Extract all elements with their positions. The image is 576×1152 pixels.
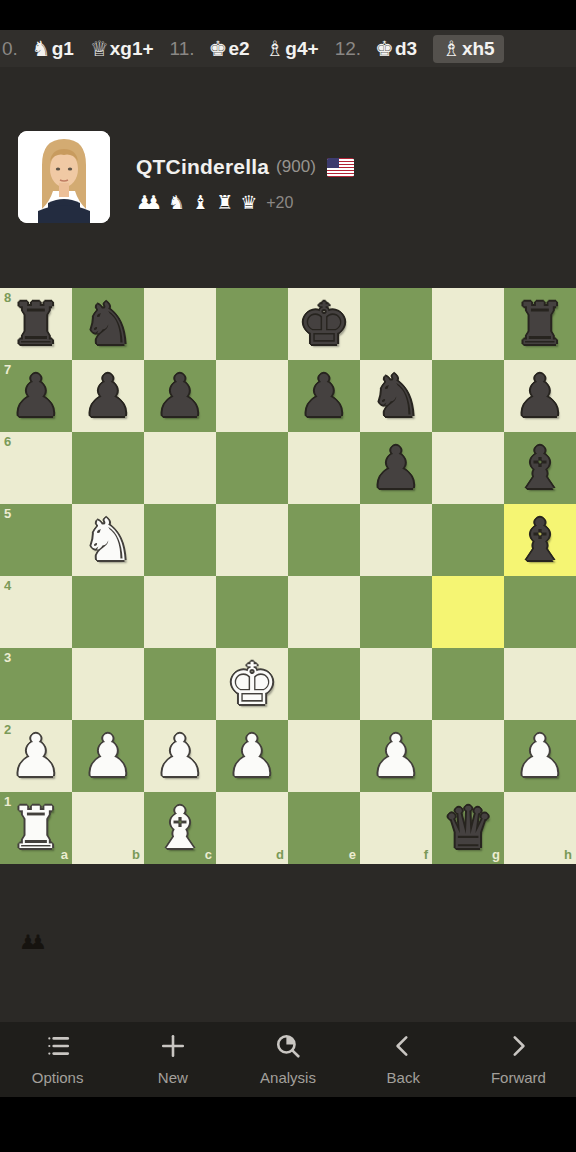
black-bishop-icon: ♗ <box>442 38 461 59</box>
square-d6[interactable] <box>216 432 288 504</box>
square-c8[interactable] <box>144 288 216 360</box>
black-pawn-a7[interactable]: ♟ <box>0 360 72 432</box>
file-label-d: d <box>276 848 284 861</box>
square-b4[interactable] <box>72 576 144 648</box>
move[interactable]: ♞g1 <box>32 38 74 60</box>
square-a6[interactable]: 6 <box>0 432 72 504</box>
square-e8[interactable]: ♚ <box>288 288 360 360</box>
status-bar-strip <box>0 0 576 30</box>
black-queen-g1[interactable]: ♛ <box>432 792 504 864</box>
square-e2[interactable] <box>288 720 360 792</box>
square-c6[interactable] <box>144 432 216 504</box>
square-f6[interactable]: ♟ <box>360 432 432 504</box>
black-king-e8[interactable]: ♚ <box>288 288 360 360</box>
square-b2[interactable]: ♟ <box>72 720 144 792</box>
white-king-icon: ♚ <box>209 38 228 59</box>
square-g7[interactable] <box>432 360 504 432</box>
queen-icon: ♛ <box>240 193 257 212</box>
opponent-captured-pawns-icon: ♟♟ <box>19 930 59 954</box>
bishop-icon: ♝ <box>192 193 209 212</box>
white-rook-a1[interactable]: ♜ <box>0 792 72 864</box>
nav-label: New <box>158 1069 188 1086</box>
chess-board[interactable]: 8♜♞♚♜7♟♟♟♟♞♟6♟♝5♞♝43♚2♟♟♟♟♟♟1a♜bc♝defg♛h <box>0 288 576 864</box>
white-king-d3[interactable]: ♚ <box>216 648 288 720</box>
square-a7[interactable]: 7♟ <box>0 360 72 432</box>
square-c5[interactable] <box>144 504 216 576</box>
black-pawn-b7[interactable]: ♟ <box>72 360 144 432</box>
move-number[interactable]: 12. <box>335 38 361 60</box>
square-d4[interactable] <box>216 576 288 648</box>
square-b3[interactable] <box>72 648 144 720</box>
nav-label: Analysis <box>260 1069 316 1086</box>
square-d2[interactable]: ♟ <box>216 720 288 792</box>
square-d5[interactable] <box>216 504 288 576</box>
square-g3[interactable] <box>432 648 504 720</box>
bottom-strip <box>0 1097 576 1152</box>
current-move[interactable]: ♗xh5 <box>433 35 504 63</box>
move-list-bar: 0.♞g1♕xg1+11.♚e2♗g4+12.♚d3♗xh5 <box>0 30 576 67</box>
square-h6[interactable]: ♝ <box>504 432 576 504</box>
square-a4[interactable]: 4 <box>0 576 72 648</box>
move-number[interactable]: 11. <box>170 38 195 60</box>
square-a8[interactable]: 8♜ <box>0 288 72 360</box>
nav-new-button[interactable]: New <box>115 1022 230 1097</box>
rank-label-6: 6 <box>4 435 11 448</box>
square-e3[interactable] <box>288 648 360 720</box>
square-b5[interactable]: ♞ <box>72 504 144 576</box>
square-d8[interactable] <box>216 288 288 360</box>
square-f3[interactable] <box>360 648 432 720</box>
square-h2[interactable]: ♟ <box>504 720 576 792</box>
square-h4[interactable] <box>504 576 576 648</box>
black-bishop-icon: ♗ <box>266 38 285 59</box>
square-c1[interactable]: c♝ <box>144 792 216 864</box>
rank-label-4: 4 <box>4 579 11 592</box>
square-a3[interactable]: 3 <box>0 648 72 720</box>
file-label-e: e <box>349 848 356 861</box>
white-pawn-a2[interactable]: ♟ <box>0 720 72 792</box>
move-number[interactable]: 0. <box>2 38 18 60</box>
player-card[interactable]: QTCinderella (900) ♟♟♞♝♜♛+20 <box>18 131 354 223</box>
nav-label: Options <box>32 1069 84 1086</box>
white-pawn-d2[interactable]: ♟ <box>216 720 288 792</box>
us-flag-icon <box>327 158 354 177</box>
square-g4[interactable] <box>432 576 504 648</box>
black-pawn-f6[interactable]: ♟ <box>360 432 432 504</box>
square-f7[interactable]: ♞ <box>360 360 432 432</box>
square-g1[interactable]: g♛ <box>432 792 504 864</box>
file-label-f: f <box>424 848 428 861</box>
square-e6[interactable] <box>288 432 360 504</box>
plus-icon <box>160 1033 186 1063</box>
rank-label-3: 3 <box>4 651 11 664</box>
square-d1[interactable]: d <box>216 792 288 864</box>
black-pawn-c7[interactable]: ♟ <box>144 360 216 432</box>
white-pawn-f2[interactable]: ♟ <box>360 720 432 792</box>
square-b1[interactable]: b <box>72 792 144 864</box>
square-h8[interactable]: ♜ <box>504 288 576 360</box>
rank-label-5: 5 <box>4 507 11 520</box>
black-rook-h8[interactable]: ♜ <box>504 288 576 360</box>
captured-pieces-row: ♟♟♞♝♜♛+20 <box>136 193 354 212</box>
white-pawn-b2[interactable]: ♟ <box>72 720 144 792</box>
black-pawn-h7[interactable]: ♟ <box>504 360 576 432</box>
material-advantage: +20 <box>266 194 293 212</box>
square-c3[interactable] <box>144 648 216 720</box>
square-b6[interactable] <box>72 432 144 504</box>
nav-forward-button[interactable]: Forward <box>461 1022 576 1097</box>
square-g5[interactable] <box>432 504 504 576</box>
file-label-h: h <box>564 848 572 861</box>
square-c7[interactable]: ♟ <box>144 360 216 432</box>
rook-icon: ♜ <box>216 193 233 212</box>
square-a2[interactable]: 2♟ <box>0 720 72 792</box>
square-a5[interactable]: 5 <box>0 504 72 576</box>
analysis-magnifier-icon <box>275 1033 301 1063</box>
square-g6[interactable] <box>432 432 504 504</box>
white-knight-b5[interactable]: ♞ <box>72 504 144 576</box>
square-g2[interactable] <box>432 720 504 792</box>
square-e4[interactable] <box>288 576 360 648</box>
square-c2[interactable]: ♟ <box>144 720 216 792</box>
nav-analysis-button[interactable]: Analysis <box>230 1022 345 1097</box>
move[interactable]: ♚d3 <box>375 38 417 60</box>
white-bishop-c1[interactable]: ♝ <box>144 792 216 864</box>
app-screen: 0.♞g1♕xg1+11.♚e2♗g4+12.♚d3♗xh5 QTCindere… <box>0 0 576 1152</box>
black-bishop-h5[interactable]: ♝ <box>504 504 576 576</box>
white-king-icon: ♚ <box>375 38 394 59</box>
square-e7[interactable]: ♟ <box>288 360 360 432</box>
two-pawns-icon: ♟♟ <box>136 193 154 212</box>
white-knight-icon: ♞ <box>32 38 51 59</box>
square-b8[interactable]: ♞ <box>72 288 144 360</box>
square-d7[interactable] <box>216 360 288 432</box>
black-queen-icon: ♕ <box>90 38 109 59</box>
file-label-b: b <box>132 848 140 861</box>
knight-icon: ♞ <box>168 193 185 212</box>
square-h3[interactable] <box>504 648 576 720</box>
square-e1[interactable]: e <box>288 792 360 864</box>
square-g8[interactable] <box>432 288 504 360</box>
square-f4[interactable] <box>360 576 432 648</box>
chevron-right-icon <box>505 1033 531 1063</box>
square-c4[interactable] <box>144 576 216 648</box>
black-bishop-h6[interactable]: ♝ <box>504 432 576 504</box>
player-rating: (900) <box>276 157 316 177</box>
nav-label: Back <box>387 1069 420 1086</box>
square-f5[interactable] <box>360 504 432 576</box>
chevron-left-icon <box>390 1033 416 1063</box>
black-pawn-e7[interactable]: ♟ <box>288 360 360 432</box>
move[interactable]: ♚e2 <box>209 38 250 60</box>
square-e5[interactable] <box>288 504 360 576</box>
white-pawn-h2[interactable]: ♟ <box>504 720 576 792</box>
nav-options-button[interactable]: Options <box>0 1022 115 1097</box>
move[interactable]: ♕xg1+ <box>90 38 154 60</box>
square-a1[interactable]: 1a♜ <box>0 792 72 864</box>
black-rook-a8[interactable]: ♜ <box>0 288 72 360</box>
player-name[interactable]: QTCinderella <box>136 155 269 179</box>
options-list-icon <box>45 1033 71 1063</box>
black-knight-f7[interactable]: ♞ <box>360 360 432 432</box>
move[interactable]: ♗g4+ <box>266 38 319 60</box>
square-f8[interactable] <box>360 288 432 360</box>
white-pawn-c2[interactable]: ♟ <box>144 720 216 792</box>
square-d3[interactable]: ♚ <box>216 648 288 720</box>
square-f2[interactable]: ♟ <box>360 720 432 792</box>
bottom-nav-bar: OptionsNewAnalysisBackForward <box>0 1022 576 1097</box>
nav-back-button[interactable]: Back <box>346 1022 461 1097</box>
nav-label: Forward <box>491 1069 546 1086</box>
square-h7[interactable]: ♟ <box>504 360 576 432</box>
square-b7[interactable]: ♟ <box>72 360 144 432</box>
black-knight-b8[interactable]: ♞ <box>72 288 144 360</box>
avatar[interactable] <box>18 131 110 223</box>
square-h1[interactable]: h <box>504 792 576 864</box>
square-h5[interactable]: ♝ <box>504 504 576 576</box>
square-f1[interactable]: f <box>360 792 432 864</box>
